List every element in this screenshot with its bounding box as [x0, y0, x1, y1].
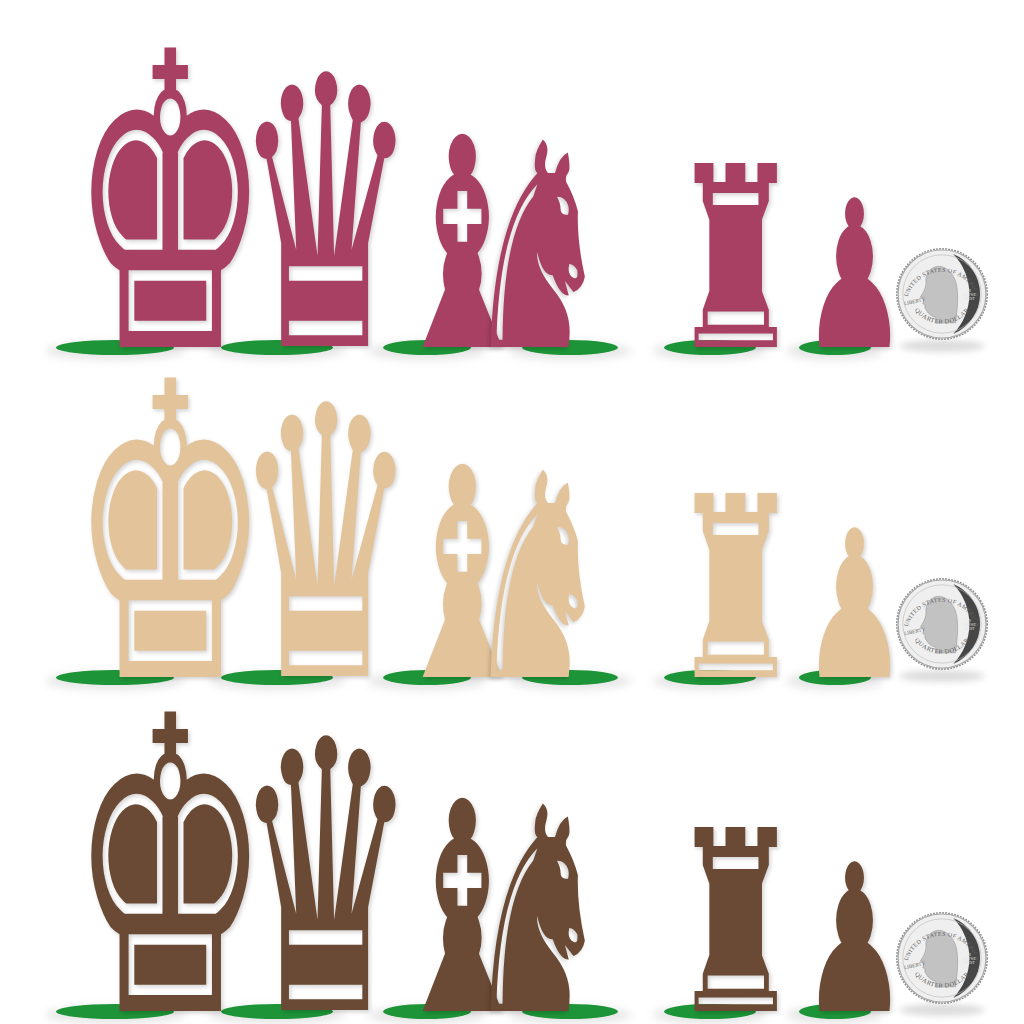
pawn-piece-glyph: ♟	[801, 504, 868, 709]
pawn-piece-glyph: ♟	[801, 838, 868, 1024]
walnut-king: ♚	[32, 712, 197, 1012]
natural-rook: ♜	[642, 378, 777, 678]
queen-piece-glyph: ♛	[233, 692, 321, 1024]
walnut-knight: ♞	[497, 712, 642, 1012]
knight-piece-glyph: ♞	[527, 771, 611, 1024]
coin-motto-line: TRUST	[964, 961, 975, 965]
coin-motto-line: TRUST	[964, 297, 975, 301]
coin-wrap: UNITED STATES OF AMERICA QUARTER DOLLAR …	[894, 576, 990, 678]
piece-set-row-walnut: ♚ ♛ ♝ ♞ ♜ ♟	[32, 712, 992, 1012]
rook-piece-glyph: ♜	[670, 464, 748, 716]
coin-motto-line: TRUST	[964, 627, 975, 631]
natural-knight: ♞	[497, 378, 642, 678]
us-quarter-coin: UNITED STATES OF AMERICA QUARTER DOLLAR …	[894, 246, 990, 342]
rook-piece-glyph: ♜	[670, 134, 748, 386]
coin-wrap: UNITED STATES OF AMERICA QUARTER DOLLAR …	[894, 910, 990, 1012]
knight-piece-glyph: ♞	[527, 107, 611, 391]
rook-piece-glyph: ♜	[670, 798, 748, 1024]
pawn-piece-glyph: ♟	[801, 174, 868, 379]
product-photo-canvas: ♚ ♛ ♝ ♞ ♜ ♟	[0, 0, 1024, 1024]
red-knight: ♞	[497, 48, 642, 348]
red-rook: ♜	[642, 48, 777, 348]
us-quarter-coin: UNITED STATES OF AMERICA QUARTER DOLLAR …	[894, 576, 990, 672]
walnut-rook: ♜	[642, 712, 777, 1012]
coin-wrap: UNITED STATES OF AMERICA QUARTER DOLLAR …	[894, 246, 990, 348]
us-quarter-coin: UNITED STATES OF AMERICA QUARTER DOLLAR …	[894, 910, 990, 1006]
knight-piece-glyph: ♞	[527, 437, 611, 721]
bishop-piece-glyph: ♝	[386, 764, 467, 1024]
king-piece-glyph: ♚	[69, 664, 160, 1024]
